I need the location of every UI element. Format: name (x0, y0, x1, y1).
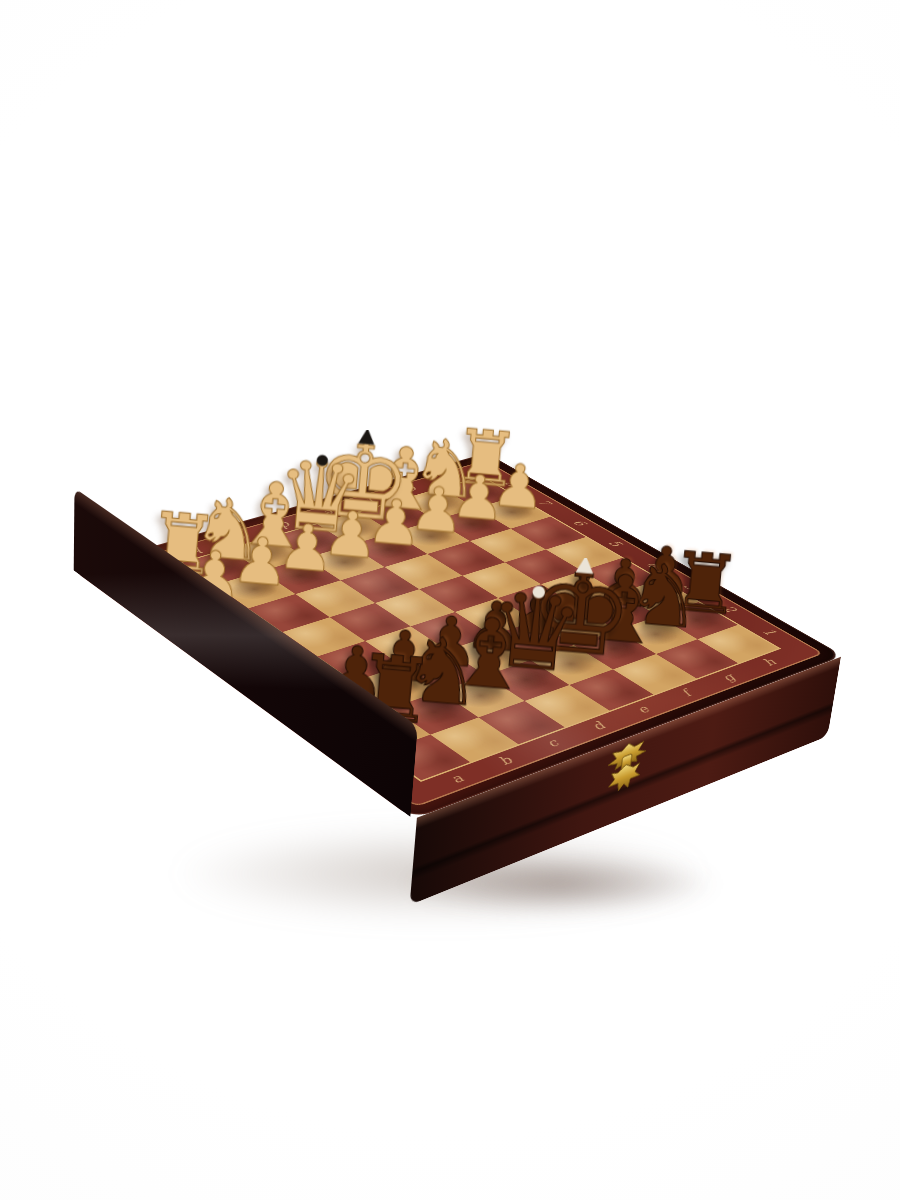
file-label-bottom-c: c (536, 735, 570, 752)
box-contact-shadow (340, 842, 780, 926)
product-photo: aabbccddeeffgghh8877665544332211 ♜♞♝♛●♚▲… (0, 0, 900, 1200)
file-label-bottom-f: f (670, 686, 702, 702)
file-label-bottom-b: b (489, 752, 523, 770)
chess-box: aabbccddeeffgghh8877665544332211 ♜♞♝♛●♚▲… (72, 453, 844, 819)
file-label-bottom-d: d (582, 718, 615, 735)
file-label-bottom-h: h (754, 655, 786, 670)
file-label-bottom-g: g (713, 670, 745, 686)
file-label-bottom-e: e (627, 702, 660, 718)
file-label-bottom-a: a (440, 770, 475, 788)
